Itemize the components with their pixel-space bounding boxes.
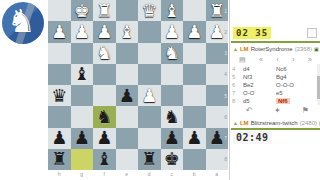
online-icon: ▲: [233, 46, 238, 52]
file-label: g: [71, 170, 94, 178]
file-labels: hgfedcba: [48, 170, 228, 178]
file-label: c: [161, 170, 184, 178]
square-h1: [48, 0, 71, 21]
accent-separator-bottom: [231, 128, 320, 130]
square-c4: [161, 64, 184, 85]
white-knight-piece: ♞: [164, 44, 180, 62]
move-row: 5Nf3Bg4: [232, 73, 314, 81]
prev-move-icon[interactable]: ‹: [276, 56, 278, 63]
move-list: 4d4Nc65Nf3Bg46Be2O-O-O7O-Oe58d5Nf6: [232, 65, 314, 105]
square-g3: [71, 43, 94, 64]
white-rook-piece: ♜: [209, 2, 225, 20]
site-logo[interactable]: ♞: [2, 2, 44, 44]
move-nav-bar: ▤«‹›»: [239, 55, 312, 64]
square-f6: ♞: [93, 106, 116, 127]
next-move-icon[interactable]: ›: [292, 56, 294, 63]
square-b2: ♟: [183, 21, 206, 42]
file-label: f: [93, 170, 116, 178]
top-player-clock: 02 35: [233, 27, 271, 39]
square-h8: ♜: [48, 149, 71, 170]
square-b8: [183, 149, 206, 170]
square-d5: ♟: [138, 85, 161, 106]
square-f7: ♟: [93, 128, 116, 149]
move-row: 7O-Oe5: [232, 89, 314, 97]
square-e2: ♝: [116, 21, 139, 42]
bottom-player-row[interactable]: ▲ LM Blitzstream-twitch (2480) ▣: [233, 118, 320, 127]
white-knight-piece: ♞: [96, 44, 112, 62]
move-number: 7: [232, 90, 243, 96]
white-move[interactable]: d4: [243, 66, 276, 72]
streamer-icon: ▣: [314, 46, 319, 52]
knight-logo-icon: ♞: [7, 5, 36, 37]
square-d8: ♜: [138, 149, 161, 170]
square-h7: ♟: [48, 128, 71, 149]
square-d7: [138, 128, 161, 149]
white-bishop-piece: ♝: [164, 2, 180, 20]
move-row: 8d5Nf6: [232, 97, 314, 105]
square-d3: [138, 43, 161, 64]
square-f4: [93, 64, 116, 85]
black-pawn-piece: ♟: [96, 129, 112, 147]
analysis-icon[interactable]: ✦: [274, 106, 281, 115]
square-a7: ♟7: [206, 128, 229, 149]
file-label: d: [138, 170, 161, 178]
rank-label: 6: [224, 114, 227, 119]
square-b5: [183, 85, 206, 106]
square-g6: [71, 106, 94, 127]
black-pawn-piece: ♟: [186, 129, 202, 147]
white-pawn-piece: ♟: [96, 23, 112, 41]
black-queen-piece: ♛: [51, 87, 67, 105]
square-c6: ♞: [161, 106, 184, 127]
square-c2: ♟: [161, 21, 184, 42]
white-move[interactable]: Nf3: [243, 74, 276, 80]
square-c1: ♝: [161, 0, 184, 21]
rank-label: 4: [224, 72, 227, 77]
square-g2: ♟: [71, 21, 94, 42]
online-icon: ▲: [233, 120, 238, 126]
move-number: 5: [232, 74, 243, 80]
black-knight-piece: ♞: [96, 108, 112, 126]
file-label: h: [48, 170, 71, 178]
square-c8: ♚: [161, 149, 184, 170]
rewind-icon[interactable]: ↶: [246, 106, 253, 115]
square-e1: [116, 0, 139, 21]
square-g1: ♚: [71, 0, 94, 21]
white-move[interactable]: Be2: [243, 82, 276, 88]
file-label: b: [183, 170, 206, 178]
black-pawn-piece: ♟: [164, 129, 180, 147]
black-rook-piece: ♜: [141, 150, 157, 168]
square-a1: ♜1: [206, 0, 229, 21]
black-rook-piece: ♜: [51, 150, 67, 168]
chess-board: ♚♜♛♝♜1♟♟♟♝♟♟♟2♞♞3♝4♛♟♟5♞♞6♟♟♟♟♟♟7♜♝♜♚8: [48, 0, 228, 170]
square-e5: ♟: [116, 85, 139, 106]
white-move[interactable]: d5: [243, 98, 276, 104]
square-e8: [116, 149, 139, 170]
flag-icon[interactable]: ⚑: [302, 106, 309, 115]
square-d1: ♛: [138, 0, 161, 21]
white-rook-piece: ♜: [96, 2, 112, 20]
square-h5: ♛: [48, 85, 71, 106]
black-pawn-piece: ♟: [209, 129, 225, 147]
rank-label: 8: [224, 157, 227, 162]
white-pawn-piece: ♟: [209, 23, 225, 41]
square-c7: ♟: [161, 128, 184, 149]
file-label: e: [116, 170, 139, 178]
square-h4: [48, 64, 71, 85]
square-b7: ♟: [183, 128, 206, 149]
white-pawn-piece: ♟: [141, 87, 157, 105]
rank-label: 3: [224, 51, 227, 56]
square-g8: [71, 149, 94, 170]
black-pawn-piece: ♟: [51, 129, 67, 147]
game-info-panel: 02 35 ▲ LM RoterSyndrome (2368) ▣ ▤«‹›» …: [229, 0, 320, 180]
square-b3: [183, 43, 206, 64]
square-c3: ♞: [161, 43, 184, 64]
player-rating: (2368): [295, 46, 312, 52]
square-e7: [116, 128, 139, 149]
white-pawn-piece: ♟: [51, 23, 67, 41]
black-king-piece: ♚: [164, 150, 180, 168]
white-king-piece: ♚: [74, 2, 90, 20]
action-bar: ↶✦⚑: [246, 105, 309, 116]
first-move-icon[interactable]: «: [259, 56, 263, 63]
square-g7: ♟: [71, 128, 94, 149]
white-pawn-piece: ♟: [74, 23, 90, 41]
move-number: 6: [232, 82, 243, 88]
top-player-row[interactable]: ▲ LM RoterSyndrome (2368) ▣: [233, 44, 320, 53]
square-d4: [138, 64, 161, 85]
square-b6: [183, 106, 206, 127]
square-g5: [71, 85, 94, 106]
square-a2: ♟2: [206, 21, 229, 42]
rank-label: 5: [224, 93, 227, 98]
black-bishop-piece: ♝: [96, 150, 112, 168]
square-a3: 3: [206, 43, 229, 64]
player-name: RoterSyndrome: [251, 46, 293, 52]
rank-label: 1: [224, 8, 227, 13]
square-f1: ♜: [93, 0, 116, 21]
rank-label: 2: [224, 29, 227, 34]
move-row: 6Be2O-O-O: [232, 81, 314, 89]
square-b4: [183, 64, 206, 85]
player-title: LM: [240, 120, 249, 126]
move-row: 4d4Nc6: [232, 65, 314, 73]
black-pawn-piece: ♟: [74, 129, 90, 147]
white-bishop-piece: ♝: [119, 23, 135, 41]
square-b1: [183, 0, 206, 21]
square-a4: 4: [206, 64, 229, 85]
rank-label: 7: [224, 136, 227, 141]
square-e6: [116, 106, 139, 127]
player-rating: (2480): [300, 120, 317, 126]
square-g4: ♝: [71, 64, 94, 85]
square-f2: ♟: [93, 21, 116, 42]
black-move[interactable]: Bg4: [276, 74, 312, 80]
square-e3: [116, 43, 139, 64]
black-pawn-piece: ♟: [119, 87, 135, 105]
player-title: LM: [240, 46, 249, 52]
square-d2: [138, 21, 161, 42]
square-f3: ♞: [93, 43, 116, 64]
black-move[interactable]: e5: [276, 90, 312, 96]
square-e4: [116, 64, 139, 85]
white-pawn-piece: ♟: [186, 23, 202, 41]
black-move[interactable]: O-O-O: [276, 82, 312, 88]
square-f5: [93, 85, 116, 106]
square-d6: [138, 106, 161, 127]
black-move[interactable]: Nc6: [276, 66, 312, 72]
square-f8: ♝: [93, 149, 116, 170]
square-a8: 8: [206, 149, 229, 170]
black-knight-piece: ♞: [164, 108, 180, 126]
accent-separator-top: [231, 41, 320, 43]
white-queen-piece: ♛: [141, 2, 157, 20]
square-a6: 6: [206, 106, 229, 127]
black-bishop-piece: ♝: [74, 65, 90, 83]
square-h3: [48, 43, 71, 64]
white-move[interactable]: O-O: [243, 90, 276, 96]
bottom-player-clock: 02:49: [233, 131, 272, 144]
menu-icon[interactable]: ▤: [239, 56, 246, 64]
last-move-icon[interactable]: »: [308, 56, 312, 63]
player-name: Blitzstream-twitch: [251, 120, 298, 126]
square-h6: [48, 106, 71, 127]
move-number: 8: [232, 98, 243, 104]
square-h2: ♟: [48, 21, 71, 42]
file-label: a: [206, 170, 229, 178]
open-in-new-icon[interactable]: [307, 28, 317, 38]
square-a5: 5: [206, 85, 229, 106]
move-number: 4: [232, 66, 243, 72]
square-c5: [161, 85, 184, 106]
white-pawn-piece: ♟: [164, 23, 180, 41]
black-move[interactable]: Nf6: [276, 98, 290, 104]
